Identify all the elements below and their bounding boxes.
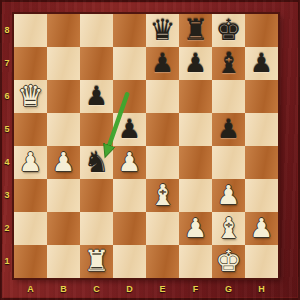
rank-label-6: 6 — [0, 91, 14, 101]
square-c4[interactable]: ♞ — [80, 146, 113, 179]
piece-black-pawn[interactable]: ♟ — [118, 113, 141, 146]
square-b1[interactable] — [47, 245, 80, 278]
square-f4[interactable] — [179, 146, 212, 179]
rank-label-7: 7 — [0, 58, 14, 68]
square-g5[interactable]: ♟ — [212, 113, 245, 146]
piece-white-rook[interactable]: ♜ — [84, 245, 110, 278]
chessboard-window: ♛♜♚♟♟♝♟♛♟♟♟♟♟♞♟♝♟♟♝♟♜♚ 87654321ABCDEFGH — [0, 0, 300, 300]
square-a7[interactable] — [14, 47, 47, 80]
piece-white-pawn[interactable]: ♟ — [217, 179, 240, 212]
square-d2[interactable] — [113, 212, 146, 245]
file-label-b: B — [47, 284, 80, 294]
file-label-c: C — [80, 284, 113, 294]
square-g4[interactable] — [212, 146, 245, 179]
piece-black-pawn[interactable]: ♟ — [250, 47, 273, 80]
square-b5[interactable] — [47, 113, 80, 146]
file-label-f: F — [179, 284, 212, 294]
square-g6[interactable] — [212, 80, 245, 113]
square-g7[interactable]: ♝ — [212, 47, 245, 80]
square-e6[interactable] — [146, 80, 179, 113]
square-b8[interactable] — [47, 14, 80, 47]
square-d4[interactable]: ♟ — [113, 146, 146, 179]
square-e1[interactable] — [146, 245, 179, 278]
square-h6[interactable] — [245, 80, 278, 113]
square-e7[interactable]: ♟ — [146, 47, 179, 80]
square-b6[interactable] — [47, 80, 80, 113]
square-h3[interactable] — [245, 179, 278, 212]
piece-white-queen[interactable]: ♛ — [18, 80, 44, 113]
square-c6[interactable]: ♟ — [80, 80, 113, 113]
square-c8[interactable] — [80, 14, 113, 47]
piece-black-bishop[interactable]: ♝ — [216, 47, 242, 80]
square-b2[interactable] — [47, 212, 80, 245]
square-e3[interactable]: ♝ — [146, 179, 179, 212]
square-h4[interactable] — [245, 146, 278, 179]
piece-white-pawn[interactable]: ♟ — [118, 146, 141, 179]
square-h5[interactable] — [245, 113, 278, 146]
square-h7[interactable]: ♟ — [245, 47, 278, 80]
square-f1[interactable] — [179, 245, 212, 278]
square-d1[interactable] — [113, 245, 146, 278]
square-e5[interactable] — [146, 113, 179, 146]
square-c5[interactable] — [80, 113, 113, 146]
square-d6[interactable] — [113, 80, 146, 113]
piece-white-pawn[interactable]: ♟ — [52, 146, 75, 179]
square-d3[interactable] — [113, 179, 146, 212]
piece-black-pawn[interactable]: ♟ — [184, 47, 207, 80]
square-d7[interactable] — [113, 47, 146, 80]
square-a4[interactable]: ♟ — [14, 146, 47, 179]
piece-black-knight[interactable]: ♞ — [84, 146, 110, 179]
square-f2[interactable]: ♟ — [179, 212, 212, 245]
piece-white-pawn[interactable]: ♟ — [19, 146, 42, 179]
square-h8[interactable] — [245, 14, 278, 47]
piece-black-rook[interactable]: ♜ — [183, 14, 209, 47]
file-label-g: G — [212, 284, 245, 294]
square-f5[interactable] — [179, 113, 212, 146]
square-b3[interactable] — [47, 179, 80, 212]
rank-label-5: 5 — [0, 124, 14, 134]
square-e4[interactable] — [146, 146, 179, 179]
square-f8[interactable]: ♜ — [179, 14, 212, 47]
piece-white-pawn[interactable]: ♟ — [184, 212, 207, 245]
rank-label-3: 3 — [0, 190, 14, 200]
square-e8[interactable]: ♛ — [146, 14, 179, 47]
square-c7[interactable] — [80, 47, 113, 80]
square-c2[interactable] — [80, 212, 113, 245]
square-a2[interactable] — [14, 212, 47, 245]
chess-board: ♛♜♚♟♟♝♟♛♟♟♟♟♟♞♟♝♟♟♝♟♜♚ — [14, 14, 278, 278]
piece-black-king[interactable]: ♚ — [216, 14, 242, 47]
square-a8[interactable] — [14, 14, 47, 47]
square-f7[interactable]: ♟ — [179, 47, 212, 80]
square-a6[interactable]: ♛ — [14, 80, 47, 113]
piece-white-king[interactable]: ♚ — [216, 245, 242, 278]
file-label-d: D — [113, 284, 146, 294]
square-h1[interactable] — [245, 245, 278, 278]
square-b4[interactable]: ♟ — [47, 146, 80, 179]
square-c1[interactable]: ♜ — [80, 245, 113, 278]
file-label-h: H — [245, 284, 278, 294]
rank-label-8: 8 — [0, 25, 14, 35]
piece-black-pawn[interactable]: ♟ — [217, 113, 240, 146]
rank-label-4: 4 — [0, 157, 14, 167]
square-a1[interactable] — [14, 245, 47, 278]
rank-label-2: 2 — [0, 223, 14, 233]
square-a3[interactable] — [14, 179, 47, 212]
square-e2[interactable] — [146, 212, 179, 245]
square-d5[interactable]: ♟ — [113, 113, 146, 146]
piece-white-bishop[interactable]: ♝ — [150, 179, 176, 212]
square-h2[interactable]: ♟ — [245, 212, 278, 245]
square-c3[interactable] — [80, 179, 113, 212]
file-label-e: E — [146, 284, 179, 294]
piece-white-bishop[interactable]: ♝ — [216, 212, 242, 245]
piece-white-pawn[interactable]: ♟ — [250, 212, 273, 245]
square-g3[interactable]: ♟ — [212, 179, 245, 212]
square-g8[interactable]: ♚ — [212, 14, 245, 47]
square-d8[interactable] — [113, 14, 146, 47]
piece-black-pawn[interactable]: ♟ — [151, 47, 174, 80]
piece-black-pawn[interactable]: ♟ — [85, 80, 108, 113]
square-f3[interactable] — [179, 179, 212, 212]
square-f6[interactable] — [179, 80, 212, 113]
square-g2[interactable]: ♝ — [212, 212, 245, 245]
square-b7[interactable] — [47, 47, 80, 80]
square-a5[interactable] — [14, 113, 47, 146]
rank-label-1: 1 — [0, 256, 14, 266]
square-g1[interactable]: ♚ — [212, 245, 245, 278]
piece-black-queen[interactable]: ♛ — [150, 14, 176, 47]
file-label-a: A — [14, 284, 47, 294]
